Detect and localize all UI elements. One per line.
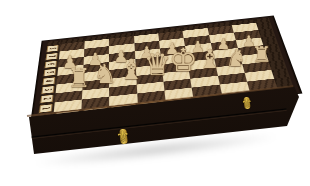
piece-b1-white-knight[interactable]: ♞ — [93, 61, 117, 87]
piece-c1-white-bishop[interactable]: ♝ — [119, 56, 144, 84]
rank-plate: 2 — [40, 95, 53, 103]
piece-d1-white-queen[interactable]: ♛ — [143, 49, 171, 80]
piece-g1-white-knight[interactable]: ♞ — [225, 46, 246, 69]
piece-a1-white-rook[interactable]: ♜ — [67, 65, 90, 91]
chess-set-photo: 87654321abcdefgh ⚜ ⚜ ♜♞♝♛♚♝♞♜♟♟♟♟♟♟♟♟ — [0, 0, 310, 186]
piece-f1-white-bishop[interactable]: ♝ — [198, 47, 221, 73]
clasp-right: ⚜ — [237, 94, 257, 112]
clasp-right-ornament-icon: ⚜ — [241, 96, 253, 109]
clasp-left: ⚜ — [111, 125, 135, 147]
piece-h1-white-rook[interactable]: ♜ — [252, 44, 272, 66]
clasp-left-ornament-icon: ⚜ — [116, 128, 131, 144]
piece-e1-white-king[interactable]: ♚ — [169, 45, 198, 77]
